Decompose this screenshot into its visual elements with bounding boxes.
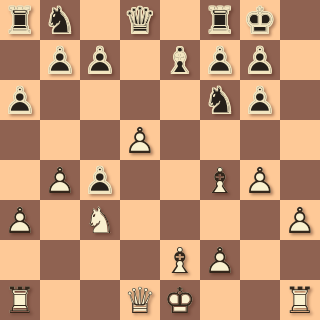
square-g5[interactable] [240, 120, 280, 160]
square-c4[interactable]: ♟♙ [80, 160, 120, 200]
square-f5[interactable] [200, 120, 240, 160]
square-e2[interactable]: ♝♗ [160, 240, 200, 280]
square-b3[interactable] [40, 200, 80, 240]
black-rook-detail-glyph: ♖ [0, 0, 40, 40]
piece-black-pawn[interactable]: ♟♙ [240, 40, 280, 80]
square-c3[interactable]: ♞♘ [80, 200, 120, 240]
white-pawn-detail-glyph: ♙ [280, 200, 320, 240]
piece-black-rook[interactable]: ♜♖ [0, 0, 40, 40]
square-b7[interactable]: ♟♙ [40, 40, 80, 80]
piece-white-pawn[interactable]: ♟♙ [0, 200, 40, 240]
piece-white-pawn[interactable]: ♟♙ [120, 120, 160, 160]
square-h6[interactable] [280, 80, 320, 120]
white-rook-detail-glyph: ♖ [280, 280, 320, 320]
black-rook-detail-glyph: ♖ [200, 0, 240, 40]
square-c7[interactable]: ♟♙ [80, 40, 120, 80]
piece-white-bishop[interactable]: ♝♗ [160, 240, 200, 280]
piece-black-knight[interactable]: ♞♘ [200, 80, 240, 120]
square-c8[interactable] [80, 0, 120, 40]
square-e6[interactable] [160, 80, 200, 120]
square-g8[interactable]: ♚♔ [240, 0, 280, 40]
square-h2[interactable] [280, 240, 320, 280]
square-e8[interactable] [160, 0, 200, 40]
square-f2[interactable]: ♟♙ [200, 240, 240, 280]
square-d3[interactable] [120, 200, 160, 240]
square-d8[interactable]: ♛♕ [120, 0, 160, 40]
square-f1[interactable] [200, 280, 240, 320]
white-bishop-detail-glyph: ♗ [200, 160, 240, 200]
square-d4[interactable] [120, 160, 160, 200]
white-king-detail-glyph: ♔ [160, 280, 200, 320]
piece-black-pawn[interactable]: ♟♙ [0, 80, 40, 120]
square-h4[interactable] [280, 160, 320, 200]
black-pawn-detail-glyph: ♙ [240, 80, 280, 120]
square-b4[interactable]: ♟♙ [40, 160, 80, 200]
square-d7[interactable] [120, 40, 160, 80]
square-e1[interactable]: ♚♔ [160, 280, 200, 320]
square-a4[interactable] [0, 160, 40, 200]
square-e5[interactable] [160, 120, 200, 160]
square-b2[interactable] [40, 240, 80, 280]
piece-white-bishop[interactable]: ♝♗ [200, 160, 240, 200]
black-pawn-detail-glyph: ♙ [200, 40, 240, 80]
black-bishop-detail-glyph: ♗ [160, 40, 200, 80]
piece-black-queen[interactable]: ♛♕ [120, 0, 160, 40]
square-b5[interactable] [40, 120, 80, 160]
square-f6[interactable]: ♞♘ [200, 80, 240, 120]
piece-black-pawn[interactable]: ♟♙ [80, 40, 120, 80]
piece-white-pawn[interactable]: ♟♙ [200, 240, 240, 280]
piece-black-bishop[interactable]: ♝♗ [160, 40, 200, 80]
square-c6[interactable] [80, 80, 120, 120]
piece-black-pawn[interactable]: ♟♙ [240, 80, 280, 120]
square-d6[interactable] [120, 80, 160, 120]
piece-white-king[interactable]: ♚♔ [160, 280, 200, 320]
square-h1[interactable]: ♜♖ [280, 280, 320, 320]
square-a1[interactable]: ♜♖ [0, 280, 40, 320]
piece-black-king[interactable]: ♚♔ [240, 0, 280, 40]
black-pawn-detail-glyph: ♙ [0, 80, 40, 120]
black-knight-detail-glyph: ♘ [40, 0, 80, 40]
square-g6[interactable]: ♟♙ [240, 80, 280, 120]
piece-black-knight[interactable]: ♞♘ [40, 0, 80, 40]
square-e3[interactable] [160, 200, 200, 240]
square-f4[interactable]: ♝♗ [200, 160, 240, 200]
square-g2[interactable] [240, 240, 280, 280]
square-b1[interactable] [40, 280, 80, 320]
chess-board: ♜♖♞♘♛♕♜♖♚♔♟♙♟♙♝♗♟♙♟♙♟♙♞♘♟♙♟♙♟♙♟♙♝♗♟♙♟♙♞♘… [0, 0, 320, 320]
black-pawn-detail-glyph: ♙ [80, 160, 120, 200]
square-f3[interactable] [200, 200, 240, 240]
piece-white-pawn[interactable]: ♟♙ [40, 160, 80, 200]
piece-white-queen[interactable]: ♛♕ [120, 280, 160, 320]
square-c1[interactable] [80, 280, 120, 320]
square-a5[interactable] [0, 120, 40, 160]
square-a8[interactable]: ♜♖ [0, 0, 40, 40]
piece-white-rook[interactable]: ♜♖ [0, 280, 40, 320]
black-pawn-detail-glyph: ♙ [80, 40, 120, 80]
square-a6[interactable]: ♟♙ [0, 80, 40, 120]
square-h8[interactable] [280, 0, 320, 40]
square-b6[interactable] [40, 80, 80, 120]
piece-white-knight[interactable]: ♞♘ [80, 200, 120, 240]
piece-black-pawn[interactable]: ♟♙ [200, 40, 240, 80]
square-a3[interactable]: ♟♙ [0, 200, 40, 240]
square-h5[interactable] [280, 120, 320, 160]
square-c2[interactable] [80, 240, 120, 280]
black-king-detail-glyph: ♔ [240, 0, 280, 40]
white-pawn-detail-glyph: ♙ [120, 120, 160, 160]
black-queen-detail-glyph: ♕ [120, 0, 160, 40]
square-f8[interactable]: ♜♖ [200, 0, 240, 40]
square-g3[interactable] [240, 200, 280, 240]
white-pawn-detail-glyph: ♙ [200, 240, 240, 280]
white-pawn-detail-glyph: ♙ [40, 160, 80, 200]
square-h7[interactable] [280, 40, 320, 80]
square-a7[interactable] [0, 40, 40, 80]
square-a2[interactable] [0, 240, 40, 280]
square-d2[interactable] [120, 240, 160, 280]
piece-white-pawn[interactable]: ♟♙ [280, 200, 320, 240]
piece-black-pawn[interactable]: ♟♙ [40, 40, 80, 80]
black-pawn-detail-glyph: ♙ [40, 40, 80, 80]
white-bishop-detail-glyph: ♗ [160, 240, 200, 280]
white-pawn-detail-glyph: ♙ [240, 160, 280, 200]
square-h3[interactable]: ♟♙ [280, 200, 320, 240]
piece-black-rook[interactable]: ♜♖ [200, 0, 240, 40]
square-f7[interactable]: ♟♙ [200, 40, 240, 80]
piece-black-pawn[interactable]: ♟♙ [80, 160, 120, 200]
piece-white-pawn[interactable]: ♟♙ [240, 160, 280, 200]
square-d5[interactable]: ♟♙ [120, 120, 160, 160]
white-knight-detail-glyph: ♘ [80, 200, 120, 240]
white-rook-detail-glyph: ♖ [0, 280, 40, 320]
square-b8[interactable]: ♞♘ [40, 0, 80, 40]
square-c5[interactable] [80, 120, 120, 160]
square-g4[interactable]: ♟♙ [240, 160, 280, 200]
white-pawn-detail-glyph: ♙ [0, 200, 40, 240]
black-pawn-detail-glyph: ♙ [240, 40, 280, 80]
black-knight-detail-glyph: ♘ [200, 80, 240, 120]
square-g1[interactable] [240, 280, 280, 320]
piece-white-rook[interactable]: ♜♖ [280, 280, 320, 320]
square-d1[interactable]: ♛♕ [120, 280, 160, 320]
white-queen-detail-glyph: ♕ [120, 280, 160, 320]
square-g7[interactable]: ♟♙ [240, 40, 280, 80]
square-e7[interactable]: ♝♗ [160, 40, 200, 80]
square-e4[interactable] [160, 160, 200, 200]
